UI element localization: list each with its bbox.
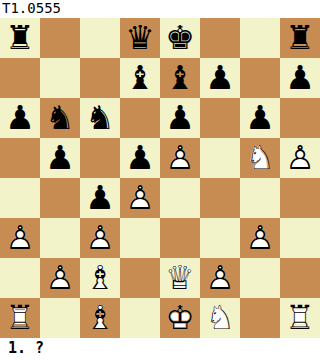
black-king: ♚ bbox=[160, 18, 200, 58]
square-c8[interactable] bbox=[80, 18, 120, 58]
square-b7[interactable] bbox=[40, 58, 80, 98]
square-g3[interactable]: ♟♙ bbox=[240, 218, 280, 258]
puzzle-title: T1.0555 bbox=[0, 0, 320, 18]
white-pawn: ♟♙ bbox=[200, 258, 240, 298]
white-pawn: ♟♙ bbox=[240, 218, 280, 258]
black-pawn: ♟ bbox=[80, 178, 120, 218]
square-f7[interactable]: ♟ bbox=[200, 58, 240, 98]
white-pawn: ♟♙ bbox=[40, 258, 80, 298]
white-pawn: ♟♙ bbox=[160, 138, 200, 178]
square-e6[interactable]: ♟ bbox=[160, 98, 200, 138]
white-rook: ♜♖ bbox=[0, 298, 40, 338]
white-knight: ♞♘ bbox=[240, 138, 280, 178]
square-h7[interactable]: ♟ bbox=[280, 58, 320, 98]
black-knight: ♞ bbox=[40, 98, 80, 138]
white-king: ♚♔ bbox=[160, 298, 200, 338]
square-d8[interactable]: ♛ bbox=[120, 18, 160, 58]
square-h5[interactable]: ♟♙ bbox=[280, 138, 320, 178]
white-knight: ♞♘ bbox=[200, 298, 240, 338]
square-d6[interactable] bbox=[120, 98, 160, 138]
square-h6[interactable] bbox=[280, 98, 320, 138]
square-e2[interactable]: ♛♕ bbox=[160, 258, 200, 298]
white-rook: ♜♖ bbox=[280, 298, 320, 338]
chess-board: ♜♛♚♜♝♝♟♟♟♞♞♟♟♟♟♟♙♞♘♟♙♟♟♙♟♙♟♙♟♙♟♙♝♗♛♕♟♙♜♖… bbox=[0, 18, 320, 338]
move-prompt: 1. ? bbox=[0, 338, 320, 360]
square-c6[interactable]: ♞ bbox=[80, 98, 120, 138]
square-b6[interactable]: ♞ bbox=[40, 98, 80, 138]
black-pawn: ♟ bbox=[160, 98, 200, 138]
square-h1[interactable]: ♜♖ bbox=[280, 298, 320, 338]
square-f8[interactable] bbox=[200, 18, 240, 58]
square-e1[interactable]: ♚♔ bbox=[160, 298, 200, 338]
square-c2[interactable]: ♝♗ bbox=[80, 258, 120, 298]
square-g5[interactable]: ♞♘ bbox=[240, 138, 280, 178]
white-queen: ♛♕ bbox=[160, 258, 200, 298]
square-b2[interactable]: ♟♙ bbox=[40, 258, 80, 298]
square-h3[interactable] bbox=[280, 218, 320, 258]
square-e7[interactable]: ♝ bbox=[160, 58, 200, 98]
white-pawn: ♟♙ bbox=[280, 138, 320, 178]
square-c4[interactable]: ♟ bbox=[80, 178, 120, 218]
square-f4[interactable] bbox=[200, 178, 240, 218]
black-knight: ♞ bbox=[80, 98, 120, 138]
square-h4[interactable] bbox=[280, 178, 320, 218]
black-rook: ♜ bbox=[0, 18, 40, 58]
square-d1[interactable] bbox=[120, 298, 160, 338]
black-rook: ♜ bbox=[280, 18, 320, 58]
black-bishop: ♝ bbox=[160, 58, 200, 98]
square-c1[interactable]: ♝♗ bbox=[80, 298, 120, 338]
square-e8[interactable]: ♚ bbox=[160, 18, 200, 58]
square-b3[interactable] bbox=[40, 218, 80, 258]
square-e4[interactable] bbox=[160, 178, 200, 218]
square-d4[interactable]: ♟♙ bbox=[120, 178, 160, 218]
black-pawn: ♟ bbox=[200, 58, 240, 98]
square-g8[interactable] bbox=[240, 18, 280, 58]
black-bishop: ♝ bbox=[120, 58, 160, 98]
square-a2[interactable] bbox=[0, 258, 40, 298]
square-c3[interactable]: ♟♙ bbox=[80, 218, 120, 258]
square-a5[interactable] bbox=[0, 138, 40, 178]
square-a7[interactable] bbox=[0, 58, 40, 98]
square-f2[interactable]: ♟♙ bbox=[200, 258, 240, 298]
white-pawn: ♟♙ bbox=[120, 178, 160, 218]
square-e3[interactable] bbox=[160, 218, 200, 258]
square-e5[interactable]: ♟♙ bbox=[160, 138, 200, 178]
square-g2[interactable] bbox=[240, 258, 280, 298]
square-g6[interactable]: ♟ bbox=[240, 98, 280, 138]
square-a6[interactable]: ♟ bbox=[0, 98, 40, 138]
square-b8[interactable] bbox=[40, 18, 80, 58]
square-d3[interactable] bbox=[120, 218, 160, 258]
square-a4[interactable] bbox=[0, 178, 40, 218]
square-g7[interactable] bbox=[240, 58, 280, 98]
square-f6[interactable] bbox=[200, 98, 240, 138]
square-g4[interactable] bbox=[240, 178, 280, 218]
square-a8[interactable]: ♜ bbox=[0, 18, 40, 58]
black-pawn: ♟ bbox=[40, 138, 80, 178]
square-c7[interactable] bbox=[80, 58, 120, 98]
square-b4[interactable] bbox=[40, 178, 80, 218]
black-pawn: ♟ bbox=[120, 138, 160, 178]
square-h2[interactable] bbox=[280, 258, 320, 298]
square-c5[interactable] bbox=[80, 138, 120, 178]
square-a3[interactable]: ♟♙ bbox=[0, 218, 40, 258]
black-queen: ♛ bbox=[120, 18, 160, 58]
square-f1[interactable]: ♞♘ bbox=[200, 298, 240, 338]
square-f3[interactable] bbox=[200, 218, 240, 258]
black-pawn: ♟ bbox=[0, 98, 40, 138]
black-pawn: ♟ bbox=[240, 98, 280, 138]
black-pawn: ♟ bbox=[280, 58, 320, 98]
square-f5[interactable] bbox=[200, 138, 240, 178]
square-g1[interactable] bbox=[240, 298, 280, 338]
square-d5[interactable]: ♟ bbox=[120, 138, 160, 178]
white-pawn: ♟♙ bbox=[0, 218, 40, 258]
square-a1[interactable]: ♜♖ bbox=[0, 298, 40, 338]
white-bishop: ♝♗ bbox=[80, 258, 120, 298]
square-b5[interactable]: ♟ bbox=[40, 138, 80, 178]
square-d7[interactable]: ♝ bbox=[120, 58, 160, 98]
white-pawn: ♟♙ bbox=[80, 218, 120, 258]
square-h8[interactable]: ♜ bbox=[280, 18, 320, 58]
square-d2[interactable] bbox=[120, 258, 160, 298]
white-bishop: ♝♗ bbox=[80, 298, 120, 338]
square-b1[interactable] bbox=[40, 298, 80, 338]
